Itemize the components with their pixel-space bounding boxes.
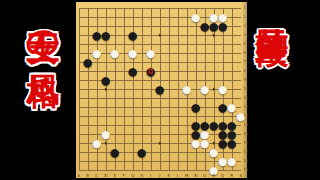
col-label: R bbox=[230, 174, 233, 178]
col-label: L bbox=[177, 174, 179, 178]
col-label: N bbox=[194, 174, 197, 178]
row-label: 3 bbox=[243, 24, 246, 28]
row-label: 11 bbox=[243, 96, 248, 100]
left-caption: 女王の風格 bbox=[27, 6, 60, 178]
col-label: G bbox=[131, 174, 134, 178]
row-label: 16 bbox=[243, 141, 248, 145]
col-label: C bbox=[95, 174, 98, 178]
row-label: 19 bbox=[243, 168, 248, 172]
col-label: Q bbox=[221, 174, 224, 178]
col-label: I bbox=[150, 174, 151, 178]
col-label: D bbox=[104, 174, 107, 178]
col-label: J bbox=[159, 174, 160, 178]
row-label: 2 bbox=[243, 15, 246, 19]
row-label: 18 bbox=[243, 159, 248, 163]
row-label: 8 bbox=[243, 69, 246, 73]
row-label: 15 bbox=[243, 132, 248, 136]
go-board: ●●●●●●●●●●●●●●●●●●●●●●●●●●●●●●●●●●●●●●●●… bbox=[76, 2, 247, 178]
row-label: 13 bbox=[243, 114, 248, 118]
row-label: 6 bbox=[243, 51, 246, 55]
col-label: K bbox=[167, 174, 170, 178]
col-label: B bbox=[86, 174, 89, 178]
row-label: 7 bbox=[243, 60, 246, 64]
row-label: 9 bbox=[243, 78, 246, 82]
col-label: M bbox=[185, 174, 188, 178]
col-label: H bbox=[140, 174, 143, 178]
row-label: 12 bbox=[243, 105, 248, 109]
row-label: 14 bbox=[243, 123, 248, 127]
row-label: 10 bbox=[243, 87, 248, 91]
col-label: S bbox=[239, 174, 242, 178]
video-thumbnail: 女王の風格 ●●●●●●●●●●●●●●●●●●●●●●●●●●●●●●●●●●… bbox=[0, 0, 320, 180]
row-label: 17 bbox=[243, 150, 248, 154]
col-label: E bbox=[113, 174, 116, 178]
col-label: A bbox=[77, 174, 80, 178]
col-label: O bbox=[203, 174, 206, 178]
last-move-marker bbox=[148, 69, 153, 74]
row-label: 4 bbox=[243, 33, 246, 37]
row-label: 5 bbox=[243, 42, 246, 46]
col-label: P bbox=[212, 174, 214, 178]
right-caption: 仲邑菫二段 bbox=[256, 2, 289, 178]
row-label: 1 bbox=[243, 6, 246, 10]
col-label: F bbox=[123, 174, 125, 178]
